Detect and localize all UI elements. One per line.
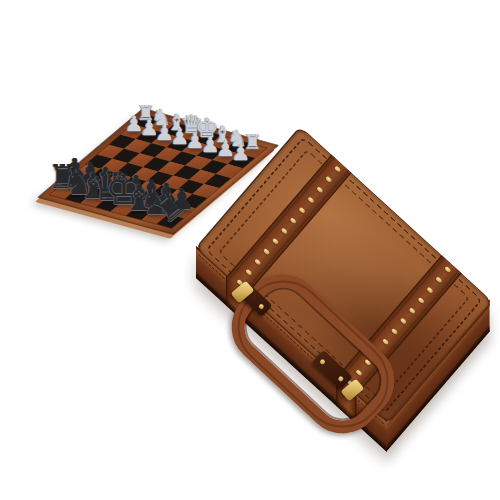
brass-stud xyxy=(399,317,406,324)
brass-stud xyxy=(334,165,341,172)
rivet-icon xyxy=(319,358,326,365)
brass-stud xyxy=(298,206,305,213)
brass-stud xyxy=(325,175,332,182)
brass-stud xyxy=(390,327,397,334)
brass-stud xyxy=(382,338,389,345)
brass-stud xyxy=(316,186,323,193)
brass-stud xyxy=(280,227,287,234)
brass-stud xyxy=(254,258,261,265)
product-photo-scene: ♜♞♝♛♚♝♞♜♟♟♟♟♟♟♟♟♟♟♟♟♟♟♟♟♜♞♝♛♚♝♞♜ xyxy=(0,0,500,500)
rivet-icon xyxy=(338,375,345,382)
brass-stud xyxy=(408,307,415,314)
brass-stud xyxy=(271,237,278,244)
brass-stud xyxy=(263,248,270,255)
brass-stud xyxy=(417,296,424,303)
brass-stud xyxy=(289,217,296,224)
brass-stud xyxy=(307,196,314,203)
rivet-icon xyxy=(258,303,265,310)
brass-stud xyxy=(444,266,451,273)
brass-stud xyxy=(245,268,252,275)
brass-stud xyxy=(426,286,433,293)
brass-stud xyxy=(435,276,442,283)
